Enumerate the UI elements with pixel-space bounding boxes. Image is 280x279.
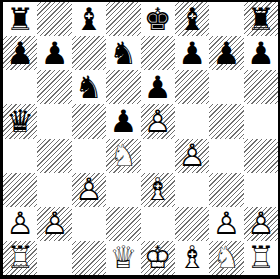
square-b2[interactable]: ♟♙ [37, 207, 71, 241]
white-rook-piece[interactable]: ♖ [3, 241, 37, 275]
black-rook-piece[interactable]: ♜ [3, 2, 37, 36]
square-b3[interactable] [37, 173, 71, 207]
square-d6[interactable] [106, 70, 140, 104]
square-c6[interactable]: ♞ [72, 70, 106, 104]
black-knight-piece[interactable]: ♞ [72, 70, 106, 104]
square-d3[interactable] [106, 173, 140, 207]
square-c5[interactable] [72, 104, 106, 138]
square-a3[interactable] [3, 173, 37, 207]
black-bishop-piece[interactable]: ♝ [175, 2, 209, 36]
square-c7[interactable] [72, 36, 106, 70]
square-a1[interactable]: ♜♖ [3, 241, 37, 275]
square-b4[interactable] [37, 139, 71, 173]
black-pawn-piece[interactable]: ♟ [106, 104, 140, 138]
black-pawn-piece[interactable]: ♟ [244, 36, 278, 70]
square-b8[interactable] [37, 2, 71, 36]
white-pawn-piece[interactable]: ♙ [209, 207, 243, 241]
square-f1[interactable]: ♝♗ [175, 241, 209, 275]
white-pawn-piece[interactable]: ♙ [175, 139, 209, 173]
square-e6[interactable]: ♟ [141, 70, 175, 104]
square-d2[interactable] [106, 207, 140, 241]
square-e2[interactable] [141, 207, 175, 241]
square-e3[interactable]: ♝♗ [141, 173, 175, 207]
black-pawn-piece[interactable]: ♟ [3, 36, 37, 70]
square-d5[interactable]: ♟ [106, 104, 140, 138]
black-king-piece[interactable]: ♚ [141, 2, 175, 36]
square-e5[interactable]: ♟♙ [141, 104, 175, 138]
square-h3[interactable] [244, 173, 278, 207]
square-f2[interactable] [175, 207, 209, 241]
square-g5[interactable] [209, 104, 243, 138]
square-f3[interactable] [175, 173, 209, 207]
square-c8[interactable]: ♝ [72, 2, 106, 36]
square-c3[interactable]: ♟♙ [72, 173, 106, 207]
black-bishop-piece[interactable]: ♝ [72, 2, 106, 36]
square-h2[interactable]: ♟♙ [244, 207, 278, 241]
square-d7[interactable]: ♞ [106, 36, 140, 70]
square-b6[interactable] [37, 70, 71, 104]
square-e1[interactable]: ♚♔ [141, 241, 175, 275]
square-b1[interactable] [37, 241, 71, 275]
square-g4[interactable] [209, 139, 243, 173]
square-f7[interactable]: ♟ [175, 36, 209, 70]
square-a8[interactable]: ♜ [3, 2, 37, 36]
square-h5[interactable] [244, 104, 278, 138]
square-g1[interactable]: ♞♘ [209, 241, 243, 275]
white-king-piece[interactable]: ♔ [141, 241, 175, 275]
white-knight-piece[interactable]: ♘ [106, 139, 140, 173]
black-rook-piece[interactable]: ♜ [244, 2, 278, 36]
square-a4[interactable] [3, 139, 37, 173]
black-pawn-piece[interactable]: ♟ [175, 36, 209, 70]
square-f5[interactable] [175, 104, 209, 138]
white-rook-piece[interactable]: ♖ [244, 241, 278, 275]
square-c1[interactable] [72, 241, 106, 275]
chess-board-frame: ♜♝♚♝♜♟♟♞♟♟♟♞♟♛♟♟♙♞♘♟♙♟♙♝♗♟♙♟♙♟♙♟♙♜♖♛♕♚♔♝… [0, 0, 280, 279]
square-g6[interactable] [209, 70, 243, 104]
square-f4[interactable]: ♟♙ [175, 139, 209, 173]
white-bishop-piece[interactable]: ♗ [141, 173, 175, 207]
square-c2[interactable] [72, 207, 106, 241]
square-h1[interactable]: ♜♖ [244, 241, 278, 275]
square-g2[interactable]: ♟♙ [209, 207, 243, 241]
white-pawn-piece[interactable]: ♙ [3, 207, 37, 241]
square-g8[interactable] [209, 2, 243, 36]
black-queen-piece[interactable]: ♛ [3, 104, 37, 138]
square-e7[interactable] [141, 36, 175, 70]
white-queen-piece[interactable]: ♕ [106, 241, 140, 275]
white-pawn-piece[interactable]: ♙ [72, 173, 106, 207]
square-f8[interactable]: ♝ [175, 2, 209, 36]
square-d8[interactable] [106, 2, 140, 36]
square-h4[interactable] [244, 139, 278, 173]
square-h7[interactable]: ♟ [244, 36, 278, 70]
square-h6[interactable] [244, 70, 278, 104]
square-b7[interactable]: ♟ [37, 36, 71, 70]
black-pawn-piece[interactable]: ♟ [141, 70, 175, 104]
black-knight-piece[interactable]: ♞ [106, 36, 140, 70]
square-g7[interactable]: ♟ [209, 36, 243, 70]
square-f6[interactable] [175, 70, 209, 104]
square-d4[interactable]: ♞♘ [106, 139, 140, 173]
square-g3[interactable] [209, 173, 243, 207]
square-c4[interactable] [72, 139, 106, 173]
square-d1[interactable]: ♛♕ [106, 241, 140, 275]
white-pawn-piece[interactable]: ♙ [244, 207, 278, 241]
square-b5[interactable] [37, 104, 71, 138]
square-a5[interactable]: ♛ [3, 104, 37, 138]
square-e8[interactable]: ♚ [141, 2, 175, 36]
black-pawn-piece[interactable]: ♟ [37, 36, 71, 70]
white-pawn-piece[interactable]: ♙ [141, 104, 175, 138]
square-e4[interactable] [141, 139, 175, 173]
white-bishop-piece[interactable]: ♗ [175, 241, 209, 275]
black-pawn-piece[interactable]: ♟ [209, 36, 243, 70]
square-a2[interactable]: ♟♙ [3, 207, 37, 241]
square-a7[interactable]: ♟ [3, 36, 37, 70]
white-knight-piece[interactable]: ♘ [209, 241, 243, 275]
square-h8[interactable]: ♜ [244, 2, 278, 36]
white-pawn-piece[interactable]: ♙ [37, 207, 71, 241]
chess-board: ♜♝♚♝♜♟♟♞♟♟♟♞♟♛♟♟♙♞♘♟♙♟♙♝♗♟♙♟♙♟♙♟♙♜♖♛♕♚♔♝… [3, 2, 278, 275]
square-a6[interactable] [3, 70, 37, 104]
